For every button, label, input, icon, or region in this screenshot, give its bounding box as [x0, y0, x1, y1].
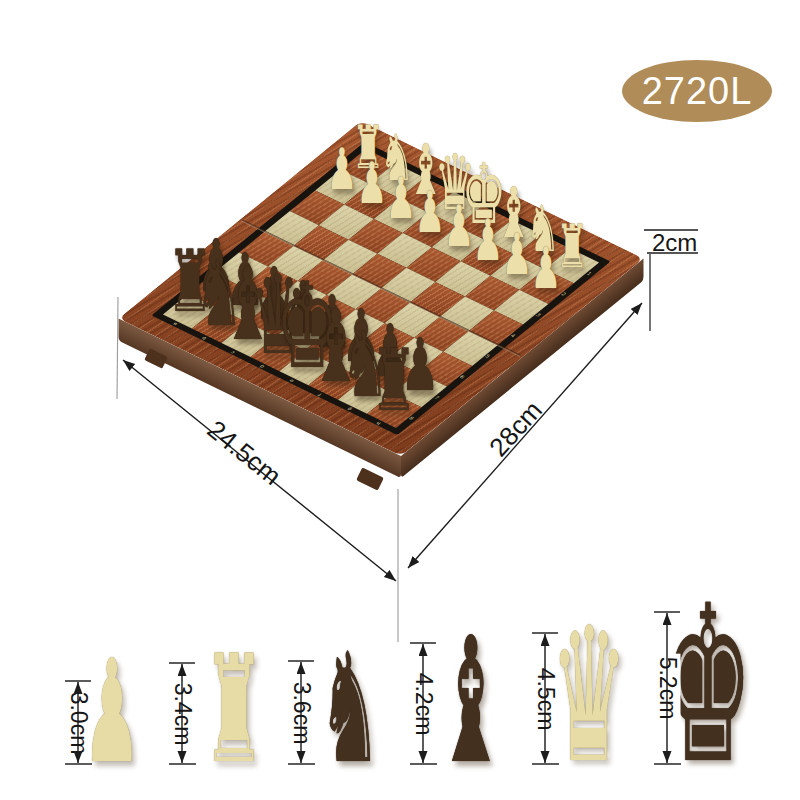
size-label-bishop: 4.2cm — [410, 670, 437, 739]
size-label-king: 5.2cm — [654, 654, 681, 723]
size-label-knight: 3.6cm — [288, 679, 315, 748]
size-label-queen: 4.5cm — [532, 665, 559, 734]
size-chart-rook: ♜ — [203, 654, 265, 766]
size-chart-knight: ♞ — [318, 652, 381, 766]
size-label-pawn: 3.0cm — [65, 689, 92, 758]
product-photo-page: 2720L abcdefgh12345678 ♜♞♝♛♚♝♞♜♟♟♟♟♟♟♟♟♟… — [0, 0, 800, 800]
thickness-dimension-label: 2cm — [652, 229, 697, 257]
model-badge: 2720L — [622, 60, 772, 122]
size-chart-bishop: ♝ — [435, 636, 507, 766]
size-chart-queen: ♛ — [550, 627, 627, 767]
size-label-rook: 3.4cm — [169, 680, 196, 749]
